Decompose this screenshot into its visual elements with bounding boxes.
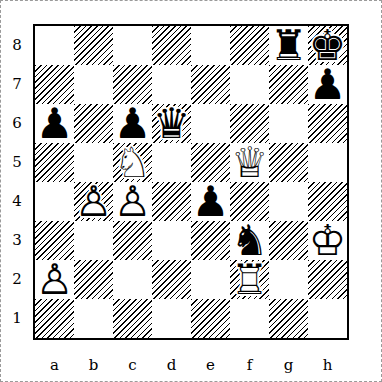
square-e6[interactable] (191, 104, 230, 143)
file-label-c: c (113, 351, 152, 379)
square-h7[interactable]: ♟ (308, 65, 347, 104)
square-h1[interactable] (308, 299, 347, 338)
rank-label-2: 2 (1, 260, 33, 299)
file-label-h: h (308, 351, 347, 379)
square-c4[interactable]: ♟♙ (113, 182, 152, 221)
black-piece-fill: ♟ (191, 182, 230, 221)
square-b4[interactable]: ♟♙ (74, 182, 113, 221)
file-labels: abcdefgh (35, 351, 347, 379)
black-piece-fill: ♚ (308, 26, 347, 65)
white-pawn[interactable]: ♟♙ (113, 182, 152, 221)
square-g8[interactable]: ♜ (269, 26, 308, 65)
square-f7[interactable] (230, 65, 269, 104)
white-piece-fill: ♜ (230, 260, 269, 299)
square-d1[interactable] (152, 299, 191, 338)
square-h5[interactable] (308, 143, 347, 182)
chess-diagram: 87654321 ♜♚♟♟♟♛♞♘♛♕♟♙♟♙♟♞♚♔♟♙♜♖ abcdefgh (0, 0, 382, 382)
square-g2[interactable] (269, 260, 308, 299)
white-knight[interactable]: ♞♘ (113, 143, 152, 182)
white-king[interactable]: ♚♔ (308, 221, 347, 260)
black-king[interactable]: ♚ (308, 26, 347, 65)
white-piece-fill: ♚ (308, 221, 347, 260)
square-c5[interactable]: ♞♘ (113, 143, 152, 182)
square-c7[interactable] (113, 65, 152, 104)
square-g3[interactable] (269, 221, 308, 260)
black-pawn[interactable]: ♟ (308, 65, 347, 104)
square-e1[interactable] (191, 299, 230, 338)
white-piece-fill: ♟ (113, 182, 152, 221)
square-f8[interactable] (230, 26, 269, 65)
file-label-d: d (152, 351, 191, 379)
white-piece-outline: ♙ (35, 260, 74, 299)
square-c3[interactable] (113, 221, 152, 260)
black-pawn[interactable]: ♟ (191, 182, 230, 221)
white-pawn[interactable]: ♟♙ (74, 182, 113, 221)
black-rook[interactable]: ♜ (269, 26, 308, 65)
square-a5[interactable] (35, 143, 74, 182)
file-label-a: a (35, 351, 74, 379)
white-piece-outline: ♕ (230, 143, 269, 182)
square-a4[interactable] (35, 182, 74, 221)
square-d8[interactable] (152, 26, 191, 65)
square-a6[interactable]: ♟ (35, 104, 74, 143)
white-rook[interactable]: ♜♖ (230, 260, 269, 299)
square-h2[interactable] (308, 260, 347, 299)
square-f6[interactable] (230, 104, 269, 143)
file-label-f: f (230, 351, 269, 379)
rank-label-3: 3 (1, 221, 33, 260)
square-d4[interactable] (152, 182, 191, 221)
black-pawn[interactable]: ♟ (113, 104, 152, 143)
rank-label-7: 7 (1, 65, 33, 104)
square-e5[interactable] (191, 143, 230, 182)
rank-label-8: 8 (1, 26, 33, 65)
white-piece-fill: ♟ (74, 182, 113, 221)
square-b2[interactable] (74, 260, 113, 299)
rank-label-5: 5 (1, 143, 33, 182)
square-h6[interactable] (308, 104, 347, 143)
square-a1[interactable] (35, 299, 74, 338)
square-g6[interactable] (269, 104, 308, 143)
square-b6[interactable] (74, 104, 113, 143)
square-a7[interactable] (35, 65, 74, 104)
rank-label-6: 6 (1, 104, 33, 143)
rank-label-4: 4 (1, 182, 33, 221)
white-piece-outline: ♙ (113, 182, 152, 221)
square-h3[interactable]: ♚♔ (308, 221, 347, 260)
square-e3[interactable] (191, 221, 230, 260)
white-pawn[interactable]: ♟♙ (35, 260, 74, 299)
white-piece-fill: ♟ (35, 260, 74, 299)
square-g5[interactable] (269, 143, 308, 182)
square-d5[interactable] (152, 143, 191, 182)
white-piece-outline: ♘ (113, 143, 152, 182)
square-e8[interactable] (191, 26, 230, 65)
black-piece-fill: ♟ (113, 104, 152, 143)
white-piece-fill: ♞ (113, 143, 152, 182)
square-b7[interactable] (74, 65, 113, 104)
square-d3[interactable] (152, 221, 191, 260)
rank-labels: 87654321 (1, 26, 33, 338)
square-a8[interactable] (35, 26, 74, 65)
black-piece-fill: ♟ (308, 65, 347, 104)
file-label-e: e (191, 351, 230, 379)
white-piece-outline: ♖ (230, 260, 269, 299)
square-a2[interactable]: ♟♙ (35, 260, 74, 299)
square-d2[interactable] (152, 260, 191, 299)
white-piece-fill: ♛ (230, 143, 269, 182)
square-g4[interactable] (269, 182, 308, 221)
square-b5[interactable] (74, 143, 113, 182)
square-a3[interactable] (35, 221, 74, 260)
square-b8[interactable] (74, 26, 113, 65)
square-f3[interactable]: ♞ (230, 221, 269, 260)
square-g7[interactable] (269, 65, 308, 104)
white-piece-outline: ♔ (308, 221, 347, 260)
black-piece-fill: ♛ (152, 104, 191, 143)
file-label-g: g (269, 351, 308, 379)
square-b3[interactable] (74, 221, 113, 260)
black-piece-fill: ♜ (269, 26, 308, 65)
rank-label-1: 1 (1, 299, 33, 338)
square-g1[interactable] (269, 299, 308, 338)
black-knight[interactable]: ♞ (230, 221, 269, 260)
square-f1[interactable] (230, 299, 269, 338)
square-e4[interactable]: ♟ (191, 182, 230, 221)
file-label-b: b (74, 351, 113, 379)
black-piece-fill: ♟ (35, 104, 74, 143)
square-d7[interactable] (152, 65, 191, 104)
square-c2[interactable] (113, 260, 152, 299)
square-e7[interactable] (191, 65, 230, 104)
square-f4[interactable] (230, 182, 269, 221)
square-b1[interactable] (74, 299, 113, 338)
white-piece-outline: ♙ (74, 182, 113, 221)
black-piece-fill: ♞ (230, 221, 269, 260)
square-c8[interactable] (113, 26, 152, 65)
square-e2[interactable] (191, 260, 230, 299)
black-pawn[interactable]: ♟ (35, 104, 74, 143)
square-c1[interactable] (113, 299, 152, 338)
square-h8[interactable]: ♚ (308, 26, 347, 65)
square-c6[interactable]: ♟ (113, 104, 152, 143)
square-f2[interactable]: ♜♖ (230, 260, 269, 299)
white-queen[interactable]: ♛♕ (230, 143, 269, 182)
square-f5[interactable]: ♛♕ (230, 143, 269, 182)
square-h4[interactable] (308, 182, 347, 221)
black-queen[interactable]: ♛ (152, 104, 191, 143)
square-d6[interactable]: ♛ (152, 104, 191, 143)
board: ♜♚♟♟♟♛♞♘♛♕♟♙♟♙♟♞♚♔♟♙♜♖ (33, 24, 349, 340)
